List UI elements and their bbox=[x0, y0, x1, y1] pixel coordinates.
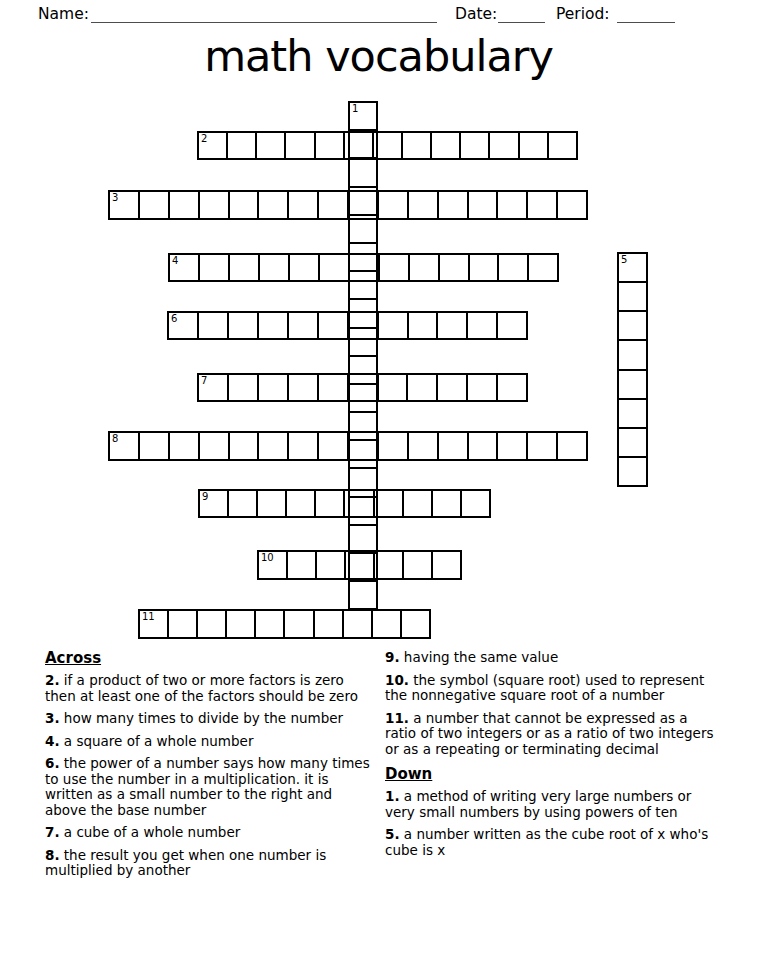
grid-number-1: 1 bbox=[352, 103, 358, 114]
across-heading: Across bbox=[45, 650, 377, 667]
cell-9-4[interactable] bbox=[287, 491, 316, 516]
cell-8-12[interactable] bbox=[439, 433, 469, 459]
word-5-down: 5 bbox=[617, 252, 648, 487]
cell-3-14[interactable] bbox=[498, 192, 528, 218]
cell-11-9[interactable] bbox=[373, 611, 402, 637]
cell-6-11[interactable] bbox=[468, 313, 498, 338]
cell-3-12[interactable] bbox=[439, 192, 469, 218]
cell-8-4[interactable] bbox=[200, 433, 230, 459]
cell-9-7[interactable] bbox=[375, 491, 404, 516]
cell-7-6[interactable] bbox=[349, 375, 379, 400]
cell-6-7[interactable] bbox=[349, 313, 379, 338]
clue-across-9: 9. having the same value bbox=[385, 650, 722, 666]
word-10-across: 10 bbox=[257, 550, 462, 580]
cell-2-1[interactable]: 2 bbox=[199, 133, 228, 158]
word-8-across: 8 bbox=[108, 431, 588, 461]
cell-6-6[interactable] bbox=[319, 313, 349, 338]
clue-across-8: 8. the result you get when one number is… bbox=[45, 848, 377, 879]
cell-9-1[interactable]: 9 bbox=[200, 491, 229, 516]
down-clues-list: 1. a method of writing very large number… bbox=[385, 789, 722, 858]
cell-3-6[interactable] bbox=[259, 192, 289, 218]
cell-3-13[interactable] bbox=[469, 192, 499, 218]
cell-11-6[interactable] bbox=[285, 611, 314, 637]
cell-5-4[interactable] bbox=[619, 341, 646, 370]
clue-number: 8. bbox=[45, 847, 60, 863]
cell-8-6[interactable] bbox=[259, 433, 289, 459]
cell-7-8[interactable] bbox=[408, 375, 438, 400]
grid-number-6: 6 bbox=[171, 313, 177, 324]
cell-7-10[interactable] bbox=[468, 375, 498, 400]
clue-number: 6. bbox=[45, 755, 60, 771]
grid-number-8: 8 bbox=[112, 433, 118, 444]
word-3-across: 3 bbox=[108, 190, 588, 220]
cell-2-11[interactable] bbox=[490, 133, 519, 158]
cell-5-3[interactable] bbox=[619, 312, 646, 341]
cell-2-10[interactable] bbox=[461, 133, 490, 158]
cell-3-9[interactable] bbox=[349, 192, 379, 218]
cell-4-12[interactable] bbox=[499, 255, 529, 280]
cell-4-10[interactable] bbox=[440, 255, 470, 280]
cell-9-2[interactable] bbox=[229, 491, 258, 516]
cell-11-3[interactable] bbox=[198, 611, 227, 637]
cell-4-11[interactable] bbox=[470, 255, 500, 280]
cell-6-5[interactable] bbox=[289, 313, 319, 338]
across-clues-overflow-list: 9. having the same value10. the symbol (… bbox=[385, 650, 722, 757]
cell-8-2[interactable] bbox=[140, 433, 170, 459]
clue-across-4: 4. a square of a whole number bbox=[45, 734, 377, 750]
cell-3-2[interactable] bbox=[140, 192, 170, 218]
cell-7-5[interactable] bbox=[319, 375, 349, 400]
clue-across-3: 3. how many times to divide by the numbe… bbox=[45, 711, 377, 727]
cell-5-2[interactable] bbox=[619, 283, 646, 312]
cell-7-2[interactable] bbox=[229, 375, 259, 400]
cell-11-5[interactable] bbox=[256, 611, 285, 637]
cell-2-2[interactable] bbox=[228, 133, 257, 158]
cell-2-4[interactable] bbox=[286, 133, 315, 158]
cell-10-3[interactable] bbox=[317, 552, 346, 578]
grid-number-10: 10 bbox=[261, 552, 274, 563]
cell-4-3[interactable] bbox=[230, 255, 260, 280]
word-2-across: 2 bbox=[197, 131, 578, 160]
cell-8-9[interactable] bbox=[349, 433, 379, 459]
word-1-down: 1 bbox=[348, 101, 378, 610]
clue-number: 11. bbox=[385, 710, 409, 726]
grid-number-7: 7 bbox=[201, 375, 207, 386]
cell-5-1[interactable]: 5 bbox=[619, 254, 646, 283]
cell-6-3[interactable] bbox=[229, 313, 259, 338]
grid-number-4: 4 bbox=[172, 255, 178, 266]
cell-3-7[interactable] bbox=[289, 192, 319, 218]
cell-7-3[interactable] bbox=[259, 375, 289, 400]
clue-number: 4. bbox=[45, 733, 60, 749]
cell-3-3[interactable] bbox=[170, 192, 200, 218]
across-clues-list: 2. if a product of two or more factors i… bbox=[45, 673, 377, 879]
cell-3-15[interactable] bbox=[528, 192, 558, 218]
cell-8-11[interactable] bbox=[409, 433, 439, 459]
cell-4-2[interactable] bbox=[200, 255, 230, 280]
cell-2-8[interactable] bbox=[403, 133, 432, 158]
cell-3-10[interactable] bbox=[379, 192, 409, 218]
cell-9-10[interactable] bbox=[462, 491, 489, 516]
cell-10-2[interactable] bbox=[288, 552, 317, 578]
word-7-across: 7 bbox=[197, 373, 528, 402]
cell-8-10[interactable] bbox=[379, 433, 409, 459]
grid-number-11: 11 bbox=[142, 611, 155, 622]
cell-3-4[interactable] bbox=[200, 192, 230, 218]
cell-4-5[interactable] bbox=[290, 255, 320, 280]
cell-3-5[interactable] bbox=[230, 192, 260, 218]
clue-number: 10. bbox=[385, 672, 409, 688]
cell-11-8[interactable] bbox=[344, 611, 373, 637]
cell-6-1[interactable]: 6 bbox=[169, 313, 199, 338]
cell-5-7[interactable] bbox=[619, 429, 646, 458]
clue-across-6: 6. the power of a number says how many t… bbox=[45, 756, 377, 818]
cell-4-13[interactable] bbox=[529, 255, 557, 280]
cell-1-1[interactable]: 1 bbox=[350, 103, 376, 131]
cell-2-9[interactable] bbox=[432, 133, 461, 158]
cell-3-8[interactable] bbox=[319, 192, 349, 218]
clue-number: 7. bbox=[45, 824, 60, 840]
cell-2-7[interactable] bbox=[374, 133, 403, 158]
clues-section: Across 2. if a product of two or more fa… bbox=[45, 650, 735, 886]
cell-6-9[interactable] bbox=[409, 313, 439, 338]
cell-10-1[interactable]: 10 bbox=[259, 552, 288, 578]
cell-4-8[interactable] bbox=[380, 255, 410, 280]
cell-7-1[interactable]: 7 bbox=[199, 375, 229, 400]
cell-2-5[interactable] bbox=[316, 133, 345, 158]
cell-7-4[interactable] bbox=[289, 375, 319, 400]
cell-5-6[interactable] bbox=[619, 400, 646, 429]
clue-across-10: 10. the symbol (square root) used to rep… bbox=[385, 673, 722, 704]
cell-6-4[interactable] bbox=[259, 313, 289, 338]
cell-8-15[interactable] bbox=[528, 433, 558, 459]
clue-number: 2. bbox=[45, 672, 60, 688]
cell-10-4[interactable] bbox=[346, 552, 375, 578]
clues-right-column: 9. having the same value10. the symbol (… bbox=[385, 650, 722, 886]
cell-10-7[interactable] bbox=[433, 552, 460, 578]
word-9-across: 9 bbox=[198, 489, 491, 518]
cell-3-11[interactable] bbox=[409, 192, 439, 218]
cell-9-8[interactable] bbox=[404, 491, 433, 516]
cell-4-7[interactable] bbox=[350, 255, 380, 280]
clue-across-2: 2. if a product of two or more factors i… bbox=[45, 673, 377, 704]
cell-8-5[interactable] bbox=[230, 433, 260, 459]
clue-down-5: 5. a number written as the cube root of … bbox=[385, 827, 722, 858]
cell-4-4[interactable] bbox=[260, 255, 290, 280]
cell-8-3[interactable] bbox=[170, 433, 200, 459]
cell-11-4[interactable] bbox=[227, 611, 256, 637]
word-6-across: 6 bbox=[167, 311, 528, 340]
cell-7-7[interactable] bbox=[379, 375, 409, 400]
worksheet-page: Name: Date: Period: math vocabulary 1234… bbox=[0, 0, 757, 980]
cell-6-2[interactable] bbox=[199, 313, 229, 338]
cell-2-12[interactable] bbox=[520, 133, 549, 158]
cell-9-6[interactable] bbox=[345, 491, 374, 516]
clue-across-7: 7. a cube of a whole number bbox=[45, 825, 377, 841]
cell-6-12[interactable] bbox=[498, 313, 526, 338]
cell-4-6[interactable] bbox=[320, 255, 350, 280]
cell-11-10[interactable] bbox=[402, 611, 429, 637]
cell-1-18[interactable] bbox=[350, 582, 376, 608]
cell-4-1[interactable]: 4 bbox=[170, 255, 200, 280]
cell-8-13[interactable] bbox=[469, 433, 499, 459]
clues-left-column: Across 2. if a product of two or more fa… bbox=[45, 650, 377, 886]
down-heading: Down bbox=[385, 766, 722, 783]
cell-8-8[interactable] bbox=[319, 433, 349, 459]
cell-7-9[interactable] bbox=[438, 375, 468, 400]
cell-4-9[interactable] bbox=[410, 255, 440, 280]
cell-5-5[interactable] bbox=[619, 371, 646, 400]
cell-5-8[interactable] bbox=[619, 458, 646, 485]
clue-down-1: 1. a method of writing very large number… bbox=[385, 789, 722, 820]
clue-across-11: 11. a number that cannot be expressed as… bbox=[385, 711, 722, 758]
cell-3-1[interactable]: 3 bbox=[110, 192, 140, 218]
cell-8-1[interactable]: 8 bbox=[110, 433, 140, 459]
cell-2-6[interactable] bbox=[345, 133, 374, 158]
clue-number: 3. bbox=[45, 710, 60, 726]
word-11-across: 11 bbox=[138, 609, 431, 639]
cell-8-14[interactable] bbox=[498, 433, 528, 459]
word-4-across: 4 bbox=[168, 253, 559, 282]
cell-6-10[interactable] bbox=[438, 313, 468, 338]
cell-7-11[interactable] bbox=[498, 375, 526, 400]
grid-number-3: 3 bbox=[112, 192, 118, 203]
cell-10-6[interactable] bbox=[404, 552, 433, 578]
clue-number: 1. bbox=[385, 788, 400, 804]
grid-number-2: 2 bbox=[201, 133, 207, 144]
cell-8-16[interactable] bbox=[558, 433, 586, 459]
cell-9-3[interactable] bbox=[258, 491, 287, 516]
cell-11-2[interactable] bbox=[169, 611, 198, 637]
grid-number-9: 9 bbox=[202, 491, 208, 502]
cell-2-13[interactable] bbox=[549, 133, 576, 158]
cell-2-3[interactable] bbox=[257, 133, 286, 158]
cell-3-16[interactable] bbox=[558, 192, 586, 218]
cell-11-7[interactable] bbox=[315, 611, 344, 637]
crossword-grid: 1234567891011 bbox=[0, 0, 757, 660]
clue-number: 5. bbox=[385, 826, 400, 842]
cell-6-8[interactable] bbox=[379, 313, 409, 338]
clue-number: 9. bbox=[385, 649, 400, 665]
cell-8-7[interactable] bbox=[289, 433, 319, 459]
cell-10-5[interactable] bbox=[375, 552, 404, 578]
cell-9-5[interactable] bbox=[316, 491, 345, 516]
cell-9-9[interactable] bbox=[433, 491, 462, 516]
grid-number-5: 5 bbox=[621, 254, 627, 265]
cell-11-1[interactable]: 11 bbox=[140, 611, 169, 637]
cell-1-3[interactable] bbox=[350, 159, 376, 187]
